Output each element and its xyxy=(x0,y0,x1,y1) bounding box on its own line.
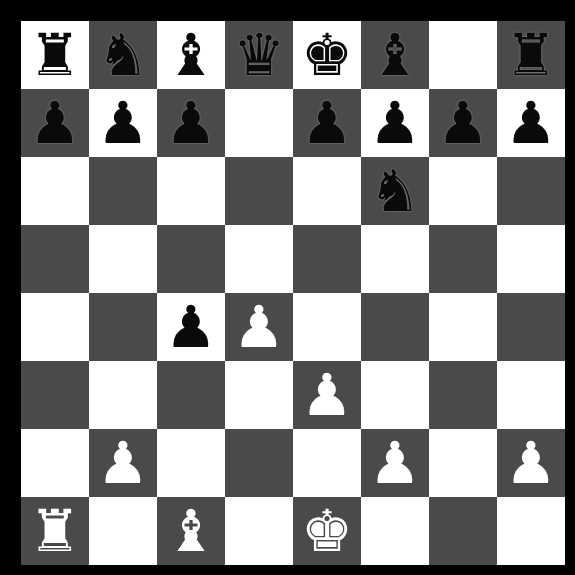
square-f5[interactable] xyxy=(361,225,429,293)
square-d7[interactable] xyxy=(225,89,293,157)
black-pawn-piece[interactable]: ♟ xyxy=(97,89,149,157)
square-f1[interactable] xyxy=(361,497,429,565)
black-rook-piece[interactable]: ♜ xyxy=(29,21,81,89)
black-pawn-piece[interactable]: ♟ xyxy=(369,89,421,157)
square-c3[interactable] xyxy=(157,361,225,429)
square-g6[interactable] xyxy=(429,157,497,225)
square-h6[interactable] xyxy=(497,157,565,225)
black-pawn-piece[interactable]: ♟ xyxy=(29,89,81,157)
white-pawn-piece[interactable]: ♟ xyxy=(301,361,353,429)
square-a1[interactable]: ♜ xyxy=(21,497,89,565)
black-rook-piece[interactable]: ♜ xyxy=(505,21,557,89)
square-b2[interactable]: ♟ xyxy=(89,429,157,497)
square-a8[interactable]: ♜ xyxy=(21,21,89,89)
square-d5[interactable] xyxy=(225,225,293,293)
square-f4[interactable] xyxy=(361,293,429,361)
square-c5[interactable] xyxy=(157,225,225,293)
square-h8[interactable]: ♜ xyxy=(497,21,565,89)
black-pawn-piece[interactable]: ♟ xyxy=(165,293,217,361)
white-pawn-piece[interactable]: ♟ xyxy=(505,429,557,497)
square-b4[interactable] xyxy=(89,293,157,361)
square-g7[interactable]: ♟ xyxy=(429,89,497,157)
black-queen-piece[interactable]: ♛ xyxy=(233,21,285,89)
square-d4[interactable]: ♟ xyxy=(225,293,293,361)
square-h1[interactable] xyxy=(497,497,565,565)
square-e7[interactable]: ♟ xyxy=(293,89,361,157)
square-h2[interactable]: ♟ xyxy=(497,429,565,497)
white-king-piece[interactable]: ♚ xyxy=(301,497,353,565)
square-d3[interactable] xyxy=(225,361,293,429)
square-e8[interactable]: ♚ xyxy=(293,21,361,89)
square-b6[interactable] xyxy=(89,157,157,225)
square-e3[interactable]: ♟ xyxy=(293,361,361,429)
square-g3[interactable] xyxy=(429,361,497,429)
black-bishop-piece[interactable]: ♝ xyxy=(369,21,421,89)
square-c1[interactable]: ♝ xyxy=(157,497,225,565)
square-e2[interactable] xyxy=(293,429,361,497)
square-d1[interactable] xyxy=(225,497,293,565)
square-b3[interactable] xyxy=(89,361,157,429)
square-a6[interactable] xyxy=(21,157,89,225)
square-e1[interactable]: ♚ xyxy=(293,497,361,565)
square-e6[interactable] xyxy=(293,157,361,225)
square-f2[interactable]: ♟ xyxy=(361,429,429,497)
square-g4[interactable] xyxy=(429,293,497,361)
square-a2[interactable] xyxy=(21,429,89,497)
square-h7[interactable]: ♟ xyxy=(497,89,565,157)
square-g1[interactable] xyxy=(429,497,497,565)
square-f6[interactable]: ♞ xyxy=(361,157,429,225)
chess-board: ♜♞♝♛♚♝♜♟♟♟♟♟♟♟♞♟♟♟♟♟♟♜♝♚ xyxy=(21,21,565,565)
black-pawn-piece[interactable]: ♟ xyxy=(437,89,489,157)
white-rook-piece[interactable]: ♜ xyxy=(29,497,81,565)
black-pawn-piece[interactable]: ♟ xyxy=(301,89,353,157)
square-g5[interactable] xyxy=(429,225,497,293)
square-h5[interactable] xyxy=(497,225,565,293)
square-f3[interactable] xyxy=(361,361,429,429)
square-b5[interactable] xyxy=(89,225,157,293)
black-king-piece[interactable]: ♚ xyxy=(301,21,353,89)
black-pawn-piece[interactable]: ♟ xyxy=(165,89,217,157)
square-h3[interactable] xyxy=(497,361,565,429)
square-e5[interactable] xyxy=(293,225,361,293)
white-bishop-piece[interactable]: ♝ xyxy=(165,497,217,565)
square-g8[interactable] xyxy=(429,21,497,89)
square-b1[interactable] xyxy=(89,497,157,565)
square-b8[interactable]: ♞ xyxy=(89,21,157,89)
square-g2[interactable] xyxy=(429,429,497,497)
black-bishop-piece[interactable]: ♝ xyxy=(165,21,217,89)
square-d2[interactable] xyxy=(225,429,293,497)
square-a7[interactable]: ♟ xyxy=(21,89,89,157)
square-b7[interactable]: ♟ xyxy=(89,89,157,157)
white-pawn-piece[interactable]: ♟ xyxy=(233,293,285,361)
square-c2[interactable] xyxy=(157,429,225,497)
square-c8[interactable]: ♝ xyxy=(157,21,225,89)
square-f8[interactable]: ♝ xyxy=(361,21,429,89)
square-e4[interactable] xyxy=(293,293,361,361)
square-c4[interactable]: ♟ xyxy=(157,293,225,361)
square-d8[interactable]: ♛ xyxy=(225,21,293,89)
white-pawn-piece[interactable]: ♟ xyxy=(97,429,149,497)
black-knight-piece[interactable]: ♞ xyxy=(369,157,421,225)
black-knight-piece[interactable]: ♞ xyxy=(97,21,149,89)
square-d6[interactable] xyxy=(225,157,293,225)
square-c7[interactable]: ♟ xyxy=(157,89,225,157)
square-a5[interactable] xyxy=(21,225,89,293)
chess-app-frame: ♜♞♝♛♚♝♜♟♟♟♟♟♟♟♞♟♟♟♟♟♟♜♝♚ xyxy=(0,0,575,575)
square-a4[interactable] xyxy=(21,293,89,361)
square-c6[interactable] xyxy=(157,157,225,225)
white-pawn-piece[interactable]: ♟ xyxy=(369,429,421,497)
black-pawn-piece[interactable]: ♟ xyxy=(505,89,557,157)
square-h4[interactable] xyxy=(497,293,565,361)
square-f7[interactable]: ♟ xyxy=(361,89,429,157)
square-a3[interactable] xyxy=(21,361,89,429)
